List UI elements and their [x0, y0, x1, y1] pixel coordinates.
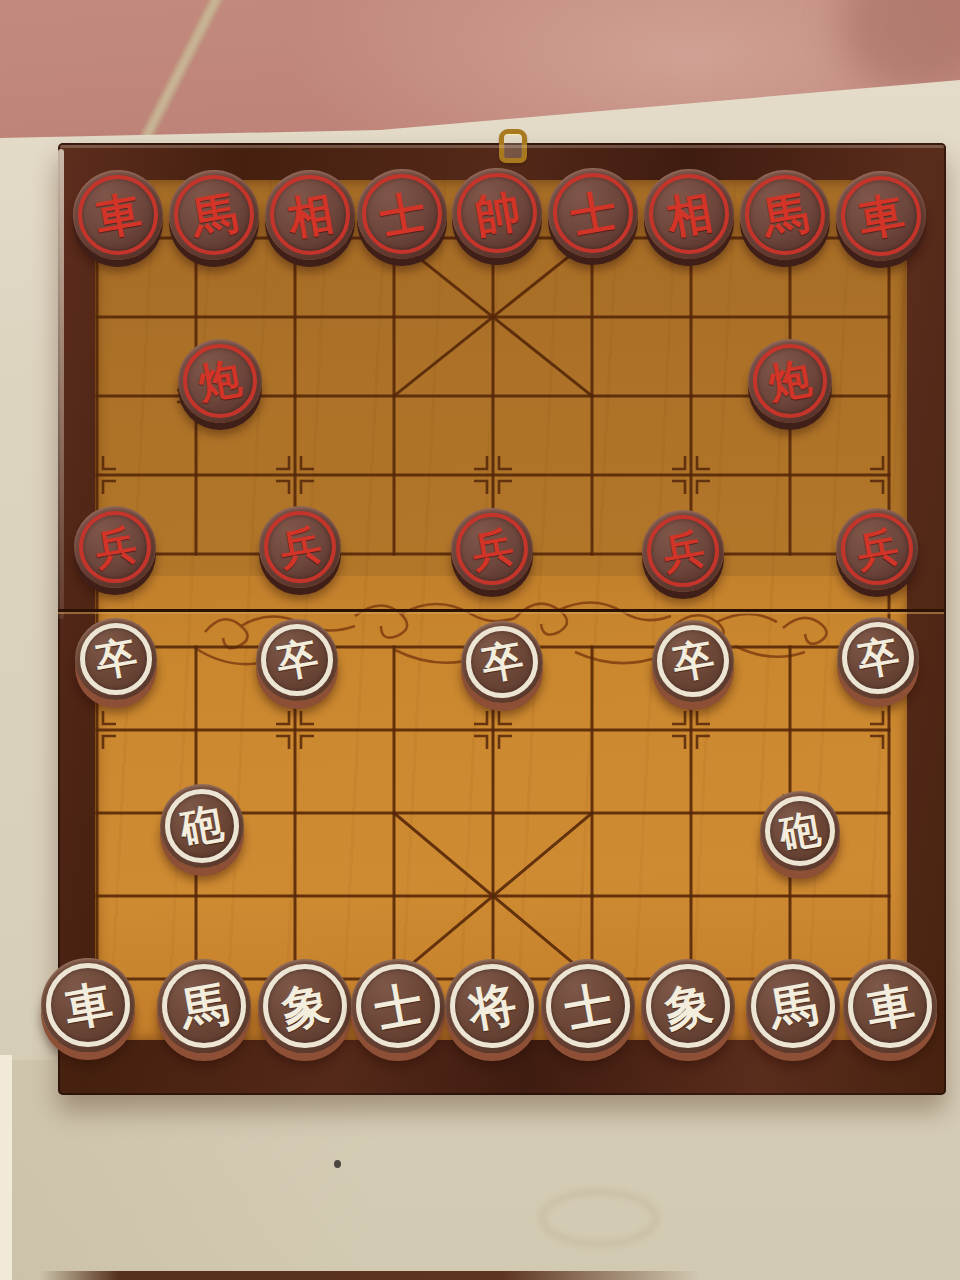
- piece-red-chariot-a1[interactable]: 車: [73, 170, 163, 260]
- photo-scene: 車馬相士帥士相馬車炮炮兵兵兵兵兵卒卒卒卒卒砲砲車馬象士将士象馬車: [0, 0, 960, 1280]
- piece-character: 馬: [759, 189, 811, 241]
- piece-red-horse-h1[interactable]: 馬: [740, 170, 830, 260]
- tile-stain: [840, 0, 960, 90]
- paper-stain: [540, 1190, 658, 1246]
- piece-character: 兵: [659, 527, 706, 574]
- piece-character: 炮: [766, 357, 815, 406]
- piece-character: 兵: [853, 525, 900, 572]
- floor-edge-strip: [40, 1271, 700, 1280]
- piece-character: 馬: [188, 189, 240, 241]
- piece-white-advisor-f10[interactable]: 士: [541, 959, 635, 1053]
- piece-character: 卒: [273, 636, 320, 683]
- piece-character: 帥: [471, 187, 523, 239]
- piece-character: 相: [284, 189, 336, 241]
- piece-white-soldier-c6[interactable]: 卒: [256, 619, 338, 701]
- piece-character: 車: [855, 190, 907, 242]
- piece-white-cannon-h8[interactable]: 砲: [760, 791, 840, 871]
- piece-character: 卒: [854, 634, 901, 681]
- piece-white-elephant-c10[interactable]: 象: [258, 959, 352, 1053]
- piece-character: 兵: [276, 523, 323, 570]
- brass-hanging-ring-icon: [499, 129, 527, 163]
- piece-white-chariot-i10[interactable]: 車: [843, 959, 937, 1053]
- piece-character: 将: [465, 979, 519, 1033]
- piece-red-soldier-c5[interactable]: 兵: [259, 506, 341, 588]
- piece-character: 士: [567, 187, 619, 239]
- paper-speck: [334, 1160, 341, 1168]
- piece-character: 士: [376, 188, 428, 240]
- piece-character: 卒: [669, 637, 716, 684]
- piece-white-elephant-g10[interactable]: 象: [641, 959, 735, 1053]
- piece-character: 象: [278, 979, 332, 1033]
- piece-character: 車: [61, 978, 115, 1032]
- piece-character: 相: [663, 188, 715, 240]
- piece-red-soldier-g5[interactable]: 兵: [642, 510, 724, 592]
- board-fold-seam: [58, 609, 944, 614]
- piece-character: 卒: [478, 638, 525, 685]
- piece-red-advisor-f1[interactable]: 士: [548, 168, 638, 258]
- piece-red-soldier-e5[interactable]: 兵: [451, 508, 533, 590]
- piece-red-soldier-i5[interactable]: 兵: [836, 508, 918, 590]
- piece-red-chariot-i1[interactable]: 車: [836, 171, 926, 261]
- piece-red-advisor-d1[interactable]: 士: [357, 169, 447, 259]
- paper-edge-strip: [0, 1055, 12, 1280]
- piece-character: 兵: [468, 525, 515, 572]
- piece-white-chariot-a10[interactable]: 車: [41, 958, 135, 1052]
- piece-white-cannon-b8[interactable]: 砲: [160, 784, 244, 868]
- piece-character: 兵: [91, 523, 138, 570]
- xiangqi-board[interactable]: 車馬相士帥士相馬車炮炮兵兵兵兵兵卒卒卒卒卒砲砲車馬象士将士象馬車: [58, 143, 946, 1095]
- piece-white-general-e10[interactable]: 将: [445, 959, 539, 1053]
- piece-character: 士: [371, 979, 425, 1033]
- piece-white-horse-b10[interactable]: 馬: [157, 959, 251, 1053]
- piece-red-horse-b1[interactable]: 馬: [169, 170, 259, 260]
- piece-white-soldier-a6[interactable]: 卒: [75, 618, 157, 700]
- piece-red-cannon-b3[interactable]: 炮: [178, 339, 262, 423]
- piece-character: 砲: [777, 808, 823, 854]
- piece-red-soldier-a5[interactable]: 兵: [74, 506, 156, 588]
- piece-character: 砲: [178, 802, 227, 851]
- piece-red-cannon-h3[interactable]: 炮: [748, 339, 832, 423]
- piece-white-horse-h10[interactable]: 馬: [746, 959, 840, 1053]
- piece-character: 象: [661, 979, 715, 1033]
- piece-white-soldier-i6[interactable]: 卒: [837, 617, 919, 699]
- piece-character: 馬: [177, 979, 231, 1033]
- piece-character: 士: [561, 979, 615, 1033]
- piece-character: 車: [92, 189, 144, 241]
- board-playing-field[interactable]: [95, 180, 907, 1040]
- piece-white-soldier-g6[interactable]: 卒: [652, 620, 734, 702]
- piece-character: 馬: [766, 979, 820, 1033]
- piece-red-elephant-c1[interactable]: 相: [265, 170, 355, 260]
- piece-character: 炮: [196, 357, 245, 406]
- piece-red-general-e1[interactable]: 帥: [452, 168, 542, 258]
- piece-red-elephant-g1[interactable]: 相: [644, 169, 734, 259]
- piece-character: 卒: [92, 635, 139, 682]
- piece-white-soldier-e6[interactable]: 卒: [461, 621, 543, 703]
- piece-character: 車: [863, 979, 917, 1033]
- piece-white-advisor-d10[interactable]: 士: [351, 959, 445, 1053]
